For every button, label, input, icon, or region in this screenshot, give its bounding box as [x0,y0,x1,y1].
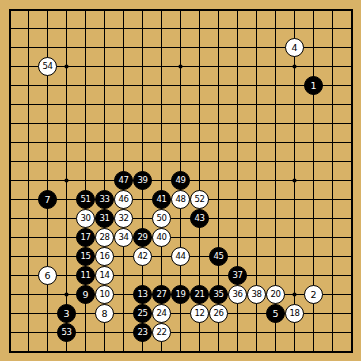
move-number: 21 [195,290,205,299]
stone-move-32-white[interactable]: 32 [114,209,133,228]
stone-move-37-black[interactable]: 37 [228,266,247,285]
stone-move-54-white[interactable]: 54 [38,57,57,76]
stone-move-52-white[interactable]: 52 [190,190,209,209]
move-number: 35 [214,290,224,299]
stone-move-18-white[interactable]: 18 [285,304,304,323]
move-number: 49 [176,176,186,185]
move-number: 18 [290,309,300,318]
stone-move-38-white[interactable]: 38 [247,285,266,304]
move-number: 47 [119,176,129,185]
move-number: 30 [81,214,91,223]
stone-move-26-white[interactable]: 26 [209,304,228,323]
move-number: 15 [81,252,91,261]
move-number: 12 [195,309,205,318]
stone-move-23-black[interactable]: 23 [133,323,152,342]
stone-move-12-white[interactable]: 12 [190,304,209,323]
stone-move-24-white[interactable]: 24 [152,304,171,323]
stones-grid: 1234567891011121314151617181920212223242… [0,0,361,361]
move-number: 6 [44,270,50,280]
stone-move-33-black[interactable]: 33 [95,190,114,209]
stone-move-1-black[interactable]: 1 [304,76,323,95]
move-number: 10 [100,290,110,299]
move-number: 32 [119,214,129,223]
stone-move-22-white[interactable]: 22 [152,323,171,342]
stone-move-20-white[interactable]: 20 [266,285,285,304]
stone-move-4-white[interactable]: 4 [285,38,304,57]
move-number: 28 [100,233,110,242]
move-number: 36 [233,290,243,299]
move-number: 51 [81,195,91,204]
move-number: 40 [157,233,167,242]
move-number: 25 [138,309,148,318]
stone-move-17-black[interactable]: 17 [76,228,95,247]
move-number: 2 [310,289,316,299]
stone-move-43-black[interactable]: 43 [190,209,209,228]
stone-move-16-white[interactable]: 16 [95,247,114,266]
stone-move-42-white[interactable]: 42 [133,247,152,266]
move-number: 1 [310,80,316,90]
move-number: 37 [233,271,243,280]
move-number: 11 [81,271,91,280]
stone-move-35-black[interactable]: 35 [209,285,228,304]
move-number: 50 [157,214,167,223]
stone-move-8-white[interactable]: 8 [95,304,114,323]
stone-move-48-white[interactable]: 48 [171,190,190,209]
stone-move-47-black[interactable]: 47 [114,171,133,190]
move-number: 45 [214,252,224,261]
stone-move-41-black[interactable]: 41 [152,190,171,209]
stone-move-15-black[interactable]: 15 [76,247,95,266]
move-number: 13 [138,290,148,299]
stone-move-2-white[interactable]: 2 [304,285,323,304]
move-number: 19 [176,290,186,299]
stone-move-51-black[interactable]: 51 [76,190,95,209]
move-number: 41 [157,195,167,204]
stone-move-50-white[interactable]: 50 [152,209,171,228]
move-number: 4 [291,42,297,52]
move-number: 9 [82,289,88,299]
move-number: 39 [138,176,148,185]
stone-move-19-black[interactable]: 19 [171,285,190,304]
move-number: 27 [157,290,167,299]
stone-move-13-black[interactable]: 13 [133,285,152,304]
stone-move-31-black[interactable]: 31 [95,209,114,228]
stone-move-44-white[interactable]: 44 [171,247,190,266]
stone-move-11-black[interactable]: 11 [76,266,95,285]
stone-move-30-white[interactable]: 30 [76,209,95,228]
move-number: 23 [138,328,148,337]
stone-move-3-black[interactable]: 3 [57,304,76,323]
stone-move-46-white[interactable]: 46 [114,190,133,209]
move-number: 5 [272,308,278,318]
stone-move-36-white[interactable]: 36 [228,285,247,304]
move-number: 17 [81,233,91,242]
move-number: 33 [100,195,110,204]
move-number: 44 [176,252,186,261]
go-board[interactable]: 1234567891011121314151617181920212223242… [0,0,361,361]
move-number: 14 [100,271,110,280]
stone-move-9-black[interactable]: 9 [76,285,95,304]
stone-move-39-black[interactable]: 39 [133,171,152,190]
stone-move-5-black[interactable]: 5 [266,304,285,323]
stone-move-7-black[interactable]: 7 [38,190,57,209]
move-number: 29 [138,233,148,242]
stone-move-27-black[interactable]: 27 [152,285,171,304]
move-number: 42 [138,252,148,261]
move-number: 46 [119,195,129,204]
move-number: 53 [62,328,72,337]
move-number: 38 [252,290,262,299]
move-number: 3 [63,308,69,318]
move-number: 52 [195,195,205,204]
move-number: 20 [271,290,281,299]
move-number: 7 [44,194,50,204]
stone-move-28-white[interactable]: 28 [95,228,114,247]
stone-move-53-black[interactable]: 53 [57,323,76,342]
move-number: 43 [195,214,205,223]
move-number: 16 [100,252,110,261]
move-number: 54 [43,62,53,71]
move-number: 31 [100,214,110,223]
stone-move-25-black[interactable]: 25 [133,304,152,323]
stone-move-21-black[interactable]: 21 [190,285,209,304]
move-number: 34 [119,233,129,242]
stone-move-34-white[interactable]: 34 [114,228,133,247]
stone-move-6-white[interactable]: 6 [38,266,57,285]
move-number: 22 [157,328,167,337]
move-number: 48 [176,195,186,204]
move-number: 26 [214,309,224,318]
stone-move-40-white[interactable]: 40 [152,228,171,247]
stone-move-14-white[interactable]: 14 [95,266,114,285]
stone-move-10-white[interactable]: 10 [95,285,114,304]
move-number: 24 [157,309,167,318]
move-number: 8 [101,308,107,318]
stone-move-49-black[interactable]: 49 [171,171,190,190]
stone-move-29-black[interactable]: 29 [133,228,152,247]
stone-move-45-black[interactable]: 45 [209,247,228,266]
